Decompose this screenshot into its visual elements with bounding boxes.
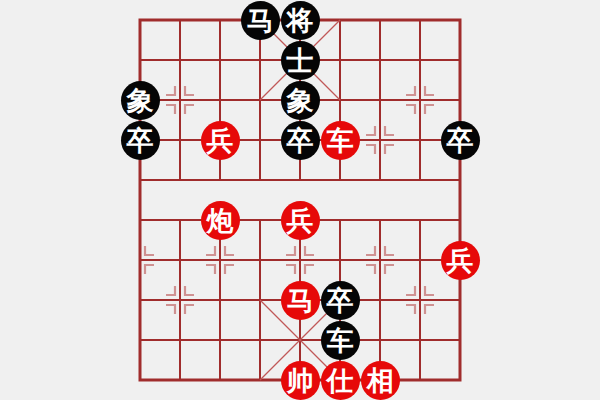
black-soldier[interactable]: 卒 bbox=[121, 121, 160, 160]
red-cannon[interactable]: 炮 bbox=[201, 201, 240, 240]
black-soldier[interactable]: 卒 bbox=[441, 121, 480, 160]
black-advisor[interactable]: 士 bbox=[281, 41, 320, 80]
black-soldier[interactable]: 卒 bbox=[281, 121, 320, 160]
black-elephant[interactable]: 象 bbox=[281, 81, 320, 120]
red-horse[interactable]: 马 bbox=[281, 281, 320, 320]
red-general[interactable]: 帅 bbox=[281, 361, 320, 400]
black-soldier[interactable]: 卒 bbox=[321, 281, 360, 320]
black-chariot[interactable]: 车 bbox=[321, 321, 360, 360]
black-general[interactable]: 将 bbox=[281, 1, 320, 40]
red-chariot[interactable]: 车 bbox=[321, 121, 360, 160]
black-horse[interactable]: 马 bbox=[241, 1, 280, 40]
xiangqi-board-grid: 马将士象象卒兵卒车卒炮兵兵马卒车帅仕相 bbox=[120, 0, 480, 400]
xiangqi-diagram: 马将士象象卒兵卒车卒炮兵兵马卒车帅仕相 bbox=[0, 0, 600, 400]
red-elephant[interactable]: 相 bbox=[361, 361, 400, 400]
red-soldier[interactable]: 兵 bbox=[441, 241, 480, 280]
black-elephant[interactable]: 象 bbox=[121, 81, 160, 120]
red-soldier[interactable]: 兵 bbox=[201, 121, 240, 160]
red-soldier[interactable]: 兵 bbox=[281, 201, 320, 240]
red-advisor[interactable]: 仕 bbox=[321, 361, 360, 400]
